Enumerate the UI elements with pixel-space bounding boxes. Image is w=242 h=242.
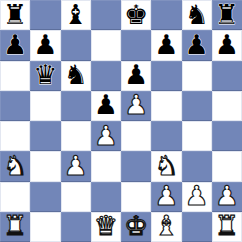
white-knight[interactable]: ♞ xyxy=(3,152,27,179)
square-b6[interactable]: ♛ xyxy=(30,61,60,91)
chess-board: ♜♝♚♞♜♟♟♟♟♟♛♞♟♟♟♟♞♟♞♟♟♟♜♛♚♝♜ xyxy=(0,0,242,242)
square-c8[interactable]: ♝ xyxy=(61,0,91,30)
white-pawn[interactable]: ♟ xyxy=(154,182,178,209)
square-g2[interactable]: ♟ xyxy=(182,182,212,212)
square-b5[interactable] xyxy=(30,91,60,121)
square-d5[interactable]: ♟ xyxy=(91,91,121,121)
black-rook[interactable]: ♜ xyxy=(215,1,239,28)
white-pawn[interactable]: ♟ xyxy=(64,152,88,179)
square-a2[interactable] xyxy=(0,182,30,212)
square-h2[interactable]: ♟ xyxy=(212,182,242,212)
black-pawn[interactable]: ♟ xyxy=(3,31,27,58)
black-knight[interactable]: ♞ xyxy=(185,1,209,28)
black-knight[interactable]: ♞ xyxy=(64,61,88,88)
white-rook[interactable]: ♜ xyxy=(215,212,239,239)
square-g4[interactable] xyxy=(182,121,212,151)
square-c5[interactable] xyxy=(61,91,91,121)
white-bishop[interactable]: ♝ xyxy=(154,212,178,239)
square-c4[interactable] xyxy=(61,121,91,151)
square-f5[interactable] xyxy=(151,91,181,121)
black-pawn[interactable]: ♟ xyxy=(94,91,118,118)
square-h3[interactable] xyxy=(212,151,242,181)
square-g3[interactable] xyxy=(182,151,212,181)
white-pawn[interactable]: ♟ xyxy=(215,182,239,209)
square-g6[interactable] xyxy=(182,61,212,91)
square-h7[interactable]: ♟ xyxy=(212,30,242,60)
black-pawn[interactable]: ♟ xyxy=(124,61,148,88)
square-b8[interactable] xyxy=(30,0,60,30)
square-b7[interactable]: ♟ xyxy=(30,30,60,60)
black-pawn[interactable]: ♟ xyxy=(185,31,209,58)
square-h4[interactable] xyxy=(212,121,242,151)
white-rook[interactable]: ♜ xyxy=(3,212,27,239)
square-a1[interactable]: ♜ xyxy=(0,212,30,242)
square-f3[interactable]: ♞ xyxy=(151,151,181,181)
square-a7[interactable]: ♟ xyxy=(0,30,30,60)
square-c1[interactable] xyxy=(61,212,91,242)
square-h1[interactable]: ♜ xyxy=(212,212,242,242)
square-a5[interactable] xyxy=(0,91,30,121)
square-e1[interactable]: ♚ xyxy=(121,212,151,242)
black-pawn[interactable]: ♟ xyxy=(154,31,178,58)
square-f2[interactable]: ♟ xyxy=(151,182,181,212)
square-e2[interactable] xyxy=(121,182,151,212)
square-c6[interactable]: ♞ xyxy=(61,61,91,91)
square-e8[interactable]: ♚ xyxy=(121,0,151,30)
white-king[interactable]: ♚ xyxy=(124,212,148,239)
square-e7[interactable] xyxy=(121,30,151,60)
square-h6[interactable] xyxy=(212,61,242,91)
square-d2[interactable] xyxy=(91,182,121,212)
square-e3[interactable] xyxy=(121,151,151,181)
square-a6[interactable] xyxy=(0,61,30,91)
square-b4[interactable] xyxy=(30,121,60,151)
black-king[interactable]: ♚ xyxy=(124,1,148,28)
square-e6[interactable]: ♟ xyxy=(121,61,151,91)
black-queen[interactable]: ♛ xyxy=(33,61,57,88)
white-pawn[interactable]: ♟ xyxy=(94,122,118,149)
square-a4[interactable] xyxy=(0,121,30,151)
white-queen[interactable]: ♛ xyxy=(94,212,118,239)
square-a3[interactable]: ♞ xyxy=(0,151,30,181)
black-bishop[interactable]: ♝ xyxy=(64,1,88,28)
square-f4[interactable] xyxy=(151,121,181,151)
white-knight[interactable]: ♞ xyxy=(154,152,178,179)
square-d7[interactable] xyxy=(91,30,121,60)
square-d6[interactable] xyxy=(91,61,121,91)
square-d1[interactable]: ♛ xyxy=(91,212,121,242)
square-g8[interactable]: ♞ xyxy=(182,0,212,30)
square-b2[interactable] xyxy=(30,182,60,212)
square-c7[interactable] xyxy=(61,30,91,60)
square-g7[interactable]: ♟ xyxy=(182,30,212,60)
square-g1[interactable] xyxy=(182,212,212,242)
square-c2[interactable] xyxy=(61,182,91,212)
black-pawn[interactable]: ♟ xyxy=(215,31,239,58)
square-f1[interactable]: ♝ xyxy=(151,212,181,242)
square-c3[interactable]: ♟ xyxy=(61,151,91,181)
white-pawn[interactable]: ♟ xyxy=(124,91,148,118)
square-b1[interactable] xyxy=(30,212,60,242)
square-b3[interactable] xyxy=(30,151,60,181)
square-f8[interactable] xyxy=(151,0,181,30)
square-g5[interactable] xyxy=(182,91,212,121)
black-pawn[interactable]: ♟ xyxy=(33,31,57,58)
square-f7[interactable]: ♟ xyxy=(151,30,181,60)
square-e5[interactable]: ♟ xyxy=(121,91,151,121)
square-a8[interactable]: ♜ xyxy=(0,0,30,30)
square-h5[interactable] xyxy=(212,91,242,121)
square-f6[interactable] xyxy=(151,61,181,91)
black-rook[interactable]: ♜ xyxy=(3,1,27,28)
white-pawn[interactable]: ♟ xyxy=(185,182,209,209)
square-d3[interactable] xyxy=(91,151,121,181)
square-h8[interactable]: ♜ xyxy=(212,0,242,30)
square-e4[interactable] xyxy=(121,121,151,151)
square-d4[interactable]: ♟ xyxy=(91,121,121,151)
square-d8[interactable] xyxy=(91,0,121,30)
